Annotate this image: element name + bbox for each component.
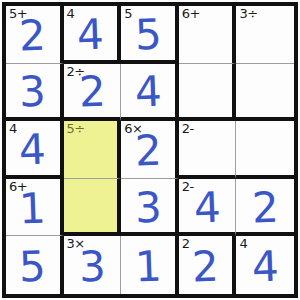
cage-clue: 2 xyxy=(182,236,190,251)
cell-r3c3[interactable]: 2-4 xyxy=(179,179,237,237)
entry-digit: 3 xyxy=(134,186,162,229)
entry-digit: 1 xyxy=(19,188,47,231)
entry-digit: 2 xyxy=(134,130,162,173)
cell-r3c0[interactable]: 6+1 xyxy=(6,179,64,237)
cell-r3c4[interactable]: 2 xyxy=(236,179,294,237)
cell-r4c2[interactable]: 1 xyxy=(121,236,179,294)
cell-r1c1[interactable]: 2÷2 xyxy=(64,64,122,122)
cage-clue: 4 xyxy=(239,236,247,251)
cage-clue: 5÷ xyxy=(67,121,85,136)
cell-r1c0[interactable]: 3 xyxy=(6,64,64,122)
cell-r2c3[interactable]: 2- xyxy=(179,121,237,179)
entry-digit: 5 xyxy=(134,13,162,56)
cage-clue: 4 xyxy=(9,121,17,136)
entry-digit: 2 xyxy=(251,186,279,229)
entry-digit: 3 xyxy=(19,71,47,114)
cell-r4c4[interactable]: 44 xyxy=(236,236,294,294)
cage-clue: 5 xyxy=(124,6,132,21)
entry-digit: 4 xyxy=(19,129,47,172)
cell-r0c2[interactable]: 55 xyxy=(121,6,179,64)
entry-digit: 5 xyxy=(19,246,47,289)
entry-digit: 2 xyxy=(191,246,219,289)
cage-clue: 2- xyxy=(182,179,194,194)
entry-digit: 4 xyxy=(251,246,279,289)
cell-r0c1[interactable]: 44 xyxy=(64,6,122,64)
cage-clue: 3÷ xyxy=(239,6,257,21)
cell-r1c2[interactable]: 4 xyxy=(121,64,179,122)
cell-r3c2[interactable]: 3 xyxy=(121,179,179,237)
cage-clue: 6+ xyxy=(9,179,27,194)
cell-r2c4[interactable] xyxy=(236,121,294,179)
entry-digit: 3 xyxy=(78,246,106,289)
cell-r1c4[interactable] xyxy=(236,64,294,122)
cage-clue: 6× xyxy=(124,121,142,136)
cell-r4c3[interactable]: 22 xyxy=(179,236,237,294)
cell-r1c3[interactable] xyxy=(179,64,237,122)
entry-digit: 4 xyxy=(76,13,104,56)
entry-digit: 4 xyxy=(193,186,221,229)
cage-clue: 3× xyxy=(67,236,85,251)
cell-r4c1[interactable]: 3×3 xyxy=(64,236,122,294)
entry-digit: 2 xyxy=(19,15,47,58)
cage-clue: 5+ xyxy=(9,6,27,21)
cage-clue: 6+ xyxy=(182,6,200,21)
cage-clue: 4 xyxy=(67,6,75,21)
kenken-board: 5+244556+3÷32÷24445÷6×22-6+132-4253×3122… xyxy=(2,2,298,298)
kenken-puzzle-screen: 5+244556+3÷32÷24445÷6×22-6+132-4253×3122… xyxy=(0,0,300,300)
entry-digit: 1 xyxy=(134,246,162,289)
cell-r0c3[interactable]: 6+ xyxy=(179,6,237,64)
cage-clue: 2- xyxy=(182,121,194,136)
cell-r0c4[interactable]: 3÷ xyxy=(236,6,294,64)
entry-digit: 4 xyxy=(134,71,162,114)
cell-r2c1[interactable]: 5÷ xyxy=(64,121,122,179)
cell-r0c0[interactable]: 5+2 xyxy=(6,6,64,64)
cell-r2c2[interactable]: 6×2 xyxy=(121,121,179,179)
cage-clue: 2÷ xyxy=(67,64,85,79)
cell-r3c1[interactable] xyxy=(64,179,122,237)
cell-r2c0[interactable]: 44 xyxy=(6,121,64,179)
cell-r4c0[interactable]: 5 xyxy=(6,236,64,294)
